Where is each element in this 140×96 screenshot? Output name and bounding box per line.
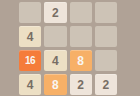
tile-2-r4c4: 2 bbox=[95, 74, 117, 95]
tile-4-r4c1: 4 bbox=[19, 74, 41, 95]
tile-4-r2c1: 4 bbox=[19, 26, 41, 47]
cell-empty-r1c4 bbox=[95, 2, 117, 23]
tile-8-r4c2: 8 bbox=[44, 74, 66, 95]
cell-empty-r2c3 bbox=[70, 26, 92, 47]
tile-2-r4c3: 2 bbox=[70, 74, 92, 95]
tile-16-r3c1: 16 bbox=[19, 50, 41, 71]
tile-2-r1c2: 2 bbox=[44, 2, 66, 23]
cell-empty-r1c1 bbox=[19, 2, 41, 23]
cell-empty-r2c4 bbox=[95, 26, 117, 47]
cell-empty-r3c4 bbox=[95, 50, 117, 71]
cell-empty-r1c3 bbox=[70, 2, 92, 23]
2048-screen: 2416484822 bbox=[0, 0, 140, 96]
2048-board[interactable]: 2416484822 bbox=[19, 2, 117, 95]
tile-4-r3c2: 4 bbox=[44, 50, 66, 71]
cell-empty-r2c2 bbox=[44, 26, 66, 47]
tile-8-r3c3: 8 bbox=[70, 50, 92, 71]
